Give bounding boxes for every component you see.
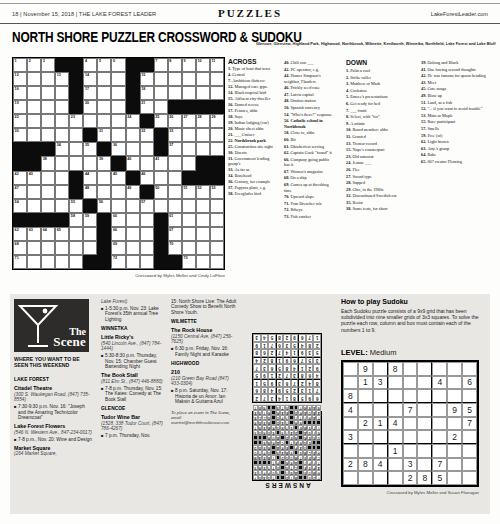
crossword-cell: A [262,475,267,480]
sudoku-given-cell: 5 [261,379,269,387]
sudoku-empty-cell[interactable] [388,403,403,417]
crossword-cell[interactable]: 3 [41,58,55,72]
crossword-cell[interactable] [168,86,182,100]
crossword-cell[interactable] [126,255,140,269]
crossword-cell[interactable] [41,100,55,114]
crossword-cell[interactable]: 25 [154,114,168,128]
crossword-cell[interactable]: 66 [111,227,125,241]
crossword-cell[interactable]: 51 [182,185,196,199]
crossword-cell[interactable] [111,72,125,86]
crossword-cell[interactable] [210,255,224,269]
crossword-cell[interactable] [154,171,168,185]
crossword-cell[interactable] [55,185,69,199]
crossword-cell[interactable] [111,199,125,213]
crossword-black-cell [271,445,276,450]
sudoku-given-cell: 7 [276,349,284,357]
crossword-black-cell [182,100,196,114]
crossword-cell[interactable] [83,241,97,255]
sudoku-empty-cell[interactable] [388,471,403,485]
crossword-cell[interactable] [210,213,224,227]
crossword-cell[interactable]: 63 [27,227,41,241]
answer-letter: I [291,476,292,479]
crossword-cell[interactable]: 55 [69,199,83,213]
sudoku-empty-cell[interactable] [417,362,432,376]
crossword-cell[interactable] [55,128,69,142]
crossword-cell[interactable]: 72 [111,255,125,269]
crossword-cell[interactable] [196,255,210,269]
crossword-cell[interactable] [97,114,111,128]
crossword-cell[interactable] [27,72,41,86]
crossword-black-cell [289,410,294,415]
crossword-cell[interactable] [83,156,97,170]
crossword-cell[interactable] [55,114,69,128]
crossword-cell[interactable] [69,142,83,156]
crossword-black-cell [182,171,196,185]
crossword-cell[interactable] [69,255,83,269]
sudoku-empty-cell[interactable] [417,403,432,417]
crossword-cell[interactable] [41,72,55,86]
cell-number: 24 [127,115,131,119]
crossword-cell[interactable]: 60 [111,213,125,227]
crossword-cell[interactable]: 41 [154,156,168,170]
crossword-cell[interactable]: 68 [13,241,27,255]
crossword-cell[interactable] [111,185,125,199]
answer-letter: O [304,446,306,449]
sudoku-empty-cell[interactable] [373,444,388,458]
crossword-cell[interactable] [182,227,196,241]
crossword-cell[interactable]: 1 [13,58,27,72]
crossword-cell[interactable]: 37 [168,142,182,156]
event-text: 7 p.m. Thursday, Nov. [105,433,150,438]
crossword-cell[interactable] [55,86,69,100]
crossword-cell[interactable] [97,72,111,86]
crossword-cell[interactable]: 10 [196,58,210,72]
crossword-black-cell [27,142,41,156]
crossword-cell[interactable] [210,72,224,86]
crossword-cell[interactable] [55,241,69,255]
crossword-cell[interactable] [196,72,210,86]
crossword-cell: O [258,430,263,435]
crossword-cell[interactable]: 65 [55,227,69,241]
sudoku-empty-cell[interactable] [447,362,462,376]
sudoku-empty-cell[interactable] [432,362,447,376]
crossword-cell[interactable]: 33 [168,128,182,142]
sudoku-empty-cell[interactable] [373,403,388,417]
crossword-cell[interactable] [97,100,111,114]
crossword-cell[interactable] [126,227,140,241]
crossword-cell[interactable] [55,255,69,269]
sudoku-given-cell: 7 [313,387,321,395]
crossword-cell[interactable]: 23 [69,114,83,128]
crossword-cell[interactable]: 21 [140,100,154,114]
sudoku-empty-cell[interactable] [462,362,477,376]
crossword-cell[interactable] [55,156,69,170]
sudoku-empty-cell[interactable] [432,403,447,417]
cell-number: 28 [197,115,201,119]
crossword-cell[interactable] [168,199,182,213]
sudoku-given-cell: 2 [306,364,314,372]
sudoku-empty-cell[interactable] [432,444,447,458]
crossword-cell[interactable]: 5 [97,58,111,72]
crossword-cell[interactable] [196,199,210,213]
crossword-cell[interactable]: 49 [126,185,140,199]
crossword-cell[interactable] [41,185,55,199]
crossword-cell[interactable] [126,241,140,255]
crossword-cell[interactable]: 12 [13,72,27,86]
crossword-cell[interactable] [196,142,210,156]
sudoku-empty-cell[interactable] [447,444,462,458]
crossword-cell[interactable]: 42 [13,171,27,185]
crossword-black-cell [154,255,168,269]
sudoku-empty-cell[interactable] [462,389,477,403]
crossword-cell[interactable] [27,86,41,100]
sudoku-empty-cell[interactable] [462,458,477,472]
crossword-cell[interactable]: 27 [182,114,196,128]
crossword-cell: E [262,425,267,430]
sudoku-empty-cell[interactable] [417,417,432,431]
crossword-cell[interactable]: 15 [140,72,154,86]
crossword-cell[interactable] [140,241,154,255]
crossword-cell: T [285,425,290,430]
sudoku-empty-cell[interactable] [403,430,418,444]
sudoku-empty-cell[interactable] [417,430,432,444]
crossword-black-cell [69,58,83,72]
sudoku-empty-cell[interactable] [447,376,462,390]
answer-letter: P [268,471,270,474]
crossword-cell[interactable]: 70 [168,241,182,255]
sudoku-empty-cell[interactable] [403,389,418,403]
crossword-cell[interactable] [210,199,224,213]
crossword-cell[interactable] [196,213,210,227]
crossword-cell[interactable]: 64 [41,227,55,241]
crossword-cell[interactable] [27,114,41,128]
sudoku-empty-cell[interactable] [358,430,373,444]
listing-city: GLENCOE [101,406,164,411]
crossword-cell[interactable] [196,86,210,100]
crossword-clue: 15. Nope's counterpart [346,147,410,153]
answer-letter: E [286,411,288,414]
sudoku-empty-cell[interactable] [388,458,403,472]
sudoku-empty-cell[interactable] [417,458,432,472]
crossword-cell[interactable] [210,227,224,241]
sudoku-empty-cell[interactable] [403,362,418,376]
crossword-cell[interactable]: 31 [97,128,111,142]
crossword-black-cell [298,430,303,435]
crossword-cell[interactable] [140,255,154,269]
crossword-cell[interactable]: 22 [13,114,27,128]
crossword-clue: 52. "... if you want to avoid trouble" [421,106,489,112]
crossword-cell[interactable]: 50 [154,185,168,199]
crossword-cell[interactable]: 48 [83,185,97,199]
crossword-cell[interactable]: 32 [140,128,154,142]
sudoku-empty-cell[interactable] [343,376,358,390]
sudoku-empty-cell[interactable] [373,362,388,376]
crossword-cell[interactable]: 16 [13,86,27,100]
crossword-cell[interactable]: 19 [13,100,27,114]
crossword-cell[interactable]: 56 [97,199,111,213]
crossword-cell[interactable] [140,213,154,227]
crossword-cell[interactable]: 57 [140,199,154,213]
crossword-cell[interactable] [182,86,196,100]
crossword-cell[interactable]: 13 [55,72,69,86]
crossword-black-cell [154,213,168,227]
crossword-cell[interactable]: 43 [27,171,41,185]
crossword-cell[interactable] [27,185,41,199]
crossword-cell[interactable] [111,100,125,114]
answer-letter: C [281,441,283,444]
crossword-cell[interactable]: 36 [111,142,125,156]
crossword-cell[interactable] [27,100,41,114]
crossword-cell[interactable]: 17 [83,86,97,100]
sudoku-empty-cell[interactable] [343,417,358,431]
crossword-cell[interactable]: 58 [69,213,83,227]
crossword-cell[interactable] [126,199,140,213]
sudoku-empty-cell[interactable] [417,444,432,458]
crossword-black-cell [69,72,83,86]
sudoku-empty-cell[interactable] [388,430,403,444]
crossword-cell[interactable]: 52 [196,185,210,199]
crossword-caption: Crossword by Myles Mellor and Cindy LaFl… [12,273,225,278]
sudoku-empty-cell[interactable] [447,389,462,403]
crossword-cell[interactable] [182,156,196,170]
sudoku-empty-cell[interactable] [417,389,432,403]
sudoku-empty-cell[interactable] [403,444,418,458]
crossword-cell: A [280,450,285,455]
crossword-cell[interactable] [111,86,125,100]
crossword-cell[interactable] [182,213,196,227]
crossword-clue: 3. Matthew or Mark [346,81,410,87]
event-text: 6:30 p.m. Friday, Nov. 16: Family Night … [175,346,237,357]
crossword-clue: 51. Land, as a fish [421,100,489,106]
crossword-cell[interactable] [168,156,182,170]
crossword-black-cell [303,475,308,480]
crossword-cell: T [253,425,258,430]
crossword-cell[interactable] [126,213,140,227]
sudoku-empty-cell[interactable] [388,376,403,390]
sudoku-empty-cell[interactable] [373,430,388,444]
crossword-cell[interactable]: 20 [83,100,97,114]
sudoku-empty-cell[interactable] [403,376,418,390]
crossword-cell[interactable] [69,128,83,142]
sudoku-given-cell: 9 [306,394,314,402]
cell-number: 43 [29,172,33,176]
crossword-cell[interactable]: 73 [182,255,196,269]
sudoku-empty-cell[interactable] [447,417,462,431]
crossword-cell[interactable] [196,227,210,241]
sudoku-empty-cell[interactable] [373,389,388,403]
crossword-cell[interactable] [140,227,154,241]
crossword-cell[interactable] [182,199,196,213]
crossword-cell[interactable] [196,241,210,255]
crossword-cell[interactable] [69,227,83,241]
crossword-cell[interactable] [154,100,168,114]
crossword-black-cell [27,213,41,227]
sudoku-empty-cell[interactable] [432,389,447,403]
crossword-cell[interactable] [97,171,111,185]
crossword-cell[interactable] [182,241,196,255]
crossword-cell[interactable]: 39 [97,156,111,170]
crossword-cell[interactable]: 38 [41,156,55,170]
sudoku-empty-cell[interactable] [432,430,447,444]
crossword-cell[interactable] [210,128,224,142]
crossword-cell[interactable]: 6 [111,58,125,72]
crossword-cell[interactable]: 30 [13,128,27,142]
crossword-cell[interactable]: 44 [83,171,97,185]
crossword-cell: M [303,425,308,430]
crossword-cell[interactable] [182,142,196,156]
crossword-cell[interactable]: 7 [154,58,168,72]
crossword-cell[interactable] [83,227,97,241]
crossword-cell[interactable]: 29 [210,114,224,128]
crossword-cell[interactable]: 28 [196,114,210,128]
crossword-cell[interactable]: 47 [13,185,27,199]
listing-addr: (300 S. Waukegan Road, (847) 735-8554) [14,392,93,403]
crossword-cell[interactable] [55,199,69,213]
crossword-cell[interactable]: 9 [182,58,196,72]
sudoku-given-cell: 4 [313,372,321,380]
crossword-cell[interactable]: 26 [168,114,182,128]
crossword-cell[interactable] [154,199,168,213]
crossword-cell[interactable]: 18 [140,86,154,100]
crossword-cell[interactable]: 54 [13,199,27,213]
crossword-cell[interactable] [210,241,224,255]
sudoku-given-cell: 1 [313,334,321,342]
crossword-cell[interactable]: 2 [27,58,41,72]
crossword-cell[interactable]: 4 [83,58,97,72]
crossword-cell: A [258,455,263,460]
cell-number: 3 [43,59,45,63]
crossword-cell[interactable] [126,142,140,156]
crossword-cell[interactable] [41,128,55,142]
answer-letter: R [300,411,302,414]
sudoku-empty-cell[interactable] [447,471,462,485]
crossword-cell[interactable]: 67 [168,227,182,241]
answer-letter: S [304,456,306,459]
sudoku-empty-cell[interactable] [417,376,432,390]
crossword-cell: T [271,460,276,465]
sudoku-empty-cell[interactable] [447,458,462,472]
cell-number: 56 [99,200,103,204]
sudoku-empty-cell[interactable] [388,389,403,403]
crossword-black-cell [271,420,276,425]
crossword-cell[interactable] [41,86,55,100]
crossword-cell[interactable] [210,86,224,100]
crossword-cell[interactable]: 34 [55,142,69,156]
sudoku-empty-cell[interactable] [358,389,373,403]
sudoku-empty-cell[interactable] [343,362,358,376]
sudoku-empty-cell[interactable] [358,471,373,485]
answer-letter: O [309,411,311,414]
sudoku-empty-cell[interactable] [373,471,388,485]
crossword-cell[interactable] [111,128,125,142]
crossword-cell[interactable] [97,86,111,100]
crossword-cell[interactable] [41,255,55,269]
crossword-cell[interactable]: 69 [111,241,125,255]
crossword-clue: 73. Fish catcher [284,214,334,220]
crossword-cell: I [285,470,290,475]
sudoku-given-cell: 3 [306,349,314,357]
crossword-cell[interactable] [182,72,196,86]
crossword-cell[interactable] [168,72,182,86]
crossword-cell: H [316,470,321,475]
crossword-cell[interactable] [154,86,168,100]
crossword-cell[interactable] [27,255,41,269]
crossword-cell[interactable] [69,156,83,170]
crossword-cell[interactable]: 46 [140,171,154,185]
crossword-cell[interactable] [126,128,140,142]
sudoku-empty-cell[interactable] [462,430,477,444]
crossword-cell[interactable]: 59 [83,213,97,227]
listing-cont-event: 15: North Shore Live: The Adult Comedy S… [171,299,237,315]
crossword-cell: C [316,455,321,460]
crossword-cell[interactable] [140,142,154,156]
sudoku-empty-cell[interactable] [432,417,447,431]
crossword-cell: A [316,465,321,470]
crossword-cell[interactable] [97,185,111,199]
crossword-cell[interactable] [111,114,125,128]
crossword-cell[interactable] [168,185,182,199]
crossword-cell[interactable]: 14 [83,72,97,86]
crossword-cell[interactable] [27,241,41,255]
crossword-cell[interactable] [41,199,55,213]
crossword-cell: R [289,460,294,465]
sudoku-empty-cell[interactable] [343,471,358,485]
crossword-cell[interactable]: 45 [111,171,125,185]
crossword-cell[interactable] [182,128,196,142]
crossword-cell[interactable] [154,72,168,86]
answer-letter: I [264,411,265,414]
sudoku-empty-cell[interactable] [358,444,373,458]
crossword-cell[interactable] [55,171,69,185]
crossword-cell[interactable]: 53 [210,185,224,199]
crossword-cell[interactable]: 11 [210,58,224,72]
crossword-cell: I [289,475,294,480]
sudoku-given-cell: 2 [283,334,291,342]
crossword-cell[interactable] [210,142,224,156]
crossword-cell[interactable]: 24 [126,114,140,128]
sudoku-empty-cell[interactable] [462,471,477,485]
sudoku-empty-cell[interactable] [403,417,418,431]
crossword-cell[interactable] [168,171,182,185]
sudoku-given-cell: 3 [268,394,276,402]
crossword-cell[interactable] [41,171,55,185]
crossword-cell: B [267,455,272,460]
crossword-cell[interactable] [83,114,97,128]
crossword-cell[interactable] [140,156,154,170]
crossword-cell[interactable] [69,241,83,255]
crossword-cell: I [312,430,317,435]
sudoku-empty-cell[interactable] [343,444,358,458]
crossword-cell[interactable] [41,114,55,128]
cell-number: 2 [29,59,31,63]
sudoku-given-cell: 8 [261,387,269,395]
crossword-cell: R [294,420,299,425]
crossword-cell: S [298,450,303,455]
crossword-cell[interactable]: 62 [13,227,27,241]
crossword-cell[interactable]: 8 [168,58,182,72]
crossword-cell[interactable]: 40 [126,156,140,170]
crossword-cell[interactable] [27,128,41,142]
crossword-cell[interactable] [196,128,210,142]
crossword-cell[interactable]: 61 [168,213,182,227]
crossword-cell[interactable]: 35 [83,142,97,156]
crossword-cell[interactable] [41,241,55,255]
crossword-cell[interactable]: 71 [13,255,27,269]
crossword-cell[interactable] [55,100,69,114]
crossword-cell[interactable] [27,199,41,213]
sudoku-empty-cell[interactable] [462,444,477,458]
sudoku-empty-cell[interactable] [358,403,373,417]
